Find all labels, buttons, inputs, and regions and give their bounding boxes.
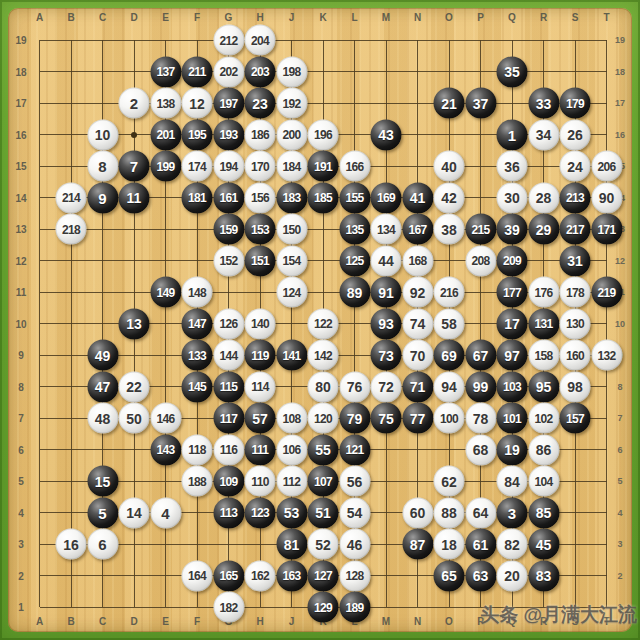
row-label-left-5: 5: [18, 476, 24, 487]
stone-h5: 110: [245, 466, 276, 497]
stone-k16: 196: [308, 119, 339, 150]
stone-t15: 206: [591, 151, 622, 182]
stone-r3: 45: [528, 529, 559, 560]
stone-c14: 9: [87, 182, 118, 213]
row-label-left-11: 11: [16, 287, 27, 298]
row-label-left-1: 1: [18, 602, 24, 613]
stone-c7: 48: [87, 403, 118, 434]
stone-j9: 141: [276, 340, 307, 371]
stone-e15: 199: [150, 151, 181, 182]
row-label-left-7: 7: [18, 413, 24, 424]
row-label-left-10: 10: [15, 318, 26, 329]
stone-g13: 159: [213, 214, 244, 245]
stone-k8: 80: [308, 371, 339, 402]
stone-o5: 62: [434, 466, 465, 497]
stone-l8: 76: [339, 371, 370, 402]
stone-n9: 70: [402, 340, 433, 371]
stone-o2: 65: [434, 560, 465, 591]
stone-l13: 135: [339, 214, 370, 245]
stone-j6: 106: [276, 434, 307, 465]
stone-q11: 177: [497, 277, 528, 308]
stone-q15: 36: [497, 151, 528, 182]
stone-h17: 23: [245, 88, 276, 119]
row-label-right-2: 2: [617, 571, 622, 581]
stone-p8: 99: [465, 371, 496, 402]
stone-k10: 122: [308, 308, 339, 339]
stone-l7: 79: [339, 403, 370, 434]
row-label-right-12: 12: [615, 256, 625, 266]
stone-l15: 166: [339, 151, 370, 182]
row-label-right-16: 16: [615, 130, 625, 140]
stone-r17: 33: [528, 88, 559, 119]
stone-g19: 212: [213, 25, 244, 56]
stone-g6: 116: [213, 434, 244, 465]
col-label-bottom-C: C: [99, 616, 106, 627]
row-label-right-5: 5: [617, 476, 622, 486]
col-label-top-L: L: [351, 12, 357, 23]
stone-g16: 193: [213, 119, 244, 150]
stone-s9: 160: [560, 340, 591, 371]
stone-p7: 78: [465, 403, 496, 434]
stone-n8: 71: [402, 371, 433, 402]
stone-h19: 204: [245, 25, 276, 56]
stone-d8: 22: [119, 371, 150, 402]
stone-c3: 6: [87, 529, 118, 560]
col-label-bottom-M: M: [382, 616, 390, 627]
stone-s15: 24: [560, 151, 591, 182]
stone-b3: 16: [56, 529, 87, 560]
row-label-right-8: 8: [617, 382, 622, 392]
stone-p3: 61: [465, 529, 496, 560]
stone-c15: 8: [87, 151, 118, 182]
stone-c5: 15: [87, 466, 118, 497]
stone-e17: 138: [150, 88, 181, 119]
stone-p17: 37: [465, 88, 496, 119]
stone-o10: 58: [434, 308, 465, 339]
stone-g9: 144: [213, 340, 244, 371]
stone-m16: 43: [371, 119, 402, 150]
stone-s12: 31: [560, 245, 591, 276]
stone-o3: 18: [434, 529, 465, 560]
stone-b13: 218: [56, 214, 87, 245]
stone-q14: 30: [497, 182, 528, 213]
stone-f5: 188: [182, 466, 213, 497]
stone-f6: 118: [182, 434, 213, 465]
stone-d15: 7: [119, 151, 150, 182]
stone-d14: 11: [119, 182, 150, 213]
stone-d10: 13: [119, 308, 150, 339]
stone-j2: 163: [276, 560, 307, 591]
stone-k2: 127: [308, 560, 339, 591]
stone-l14: 155: [339, 182, 370, 213]
row-label-right-3: 3: [617, 539, 622, 549]
stone-k1: 129: [308, 592, 339, 623]
row-label-right-10: 10: [615, 319, 625, 329]
stone-s14: 213: [560, 182, 591, 213]
stone-r9: 158: [528, 340, 559, 371]
stone-q6: 19: [497, 434, 528, 465]
stone-s7: 157: [560, 403, 591, 434]
stone-c16: 10: [87, 119, 118, 150]
stone-q16: 1: [497, 119, 528, 150]
stone-g18: 202: [213, 56, 244, 87]
col-label-top-P: P: [477, 12, 484, 23]
stone-p12: 208: [465, 245, 496, 276]
col-label-top-J: J: [289, 12, 295, 23]
stone-t9: 132: [591, 340, 622, 371]
row-label-left-6: 6: [18, 444, 24, 455]
stone-l12: 125: [339, 245, 370, 276]
stone-e6: 143: [150, 434, 181, 465]
col-label-bottom-O: O: [445, 616, 453, 627]
stone-h9: 119: [245, 340, 276, 371]
stone-l5: 56: [339, 466, 370, 497]
row-label-right-17: 17: [615, 98, 625, 108]
row-label-right-4: 4: [617, 508, 622, 518]
stone-t11: 219: [591, 277, 622, 308]
stone-m13: 134: [371, 214, 402, 245]
stone-n10: 74: [402, 308, 433, 339]
stone-k5: 107: [308, 466, 339, 497]
go-kifu-screenshot: AABBCCDDEEFFGGHHJJKKLLMMNNOOPPQQRRSSTT19…: [0, 0, 640, 640]
stone-j13: 150: [276, 214, 307, 245]
stone-j4: 53: [276, 497, 307, 528]
stone-e18: 137: [150, 56, 181, 87]
stone-j14: 183: [276, 182, 307, 213]
stone-q12: 209: [497, 245, 528, 276]
stone-p9: 67: [465, 340, 496, 371]
stone-g12: 152: [213, 245, 244, 276]
stone-r2: 83: [528, 560, 559, 591]
row-label-left-4: 4: [18, 507, 24, 518]
stone-g5: 109: [213, 466, 244, 497]
stone-d7: 50: [119, 403, 150, 434]
stone-s8: 98: [560, 371, 591, 402]
stone-j5: 112: [276, 466, 307, 497]
stone-t13: 171: [591, 214, 622, 245]
stone-f15: 174: [182, 151, 213, 182]
stone-s17: 179: [560, 88, 591, 119]
stone-d17: 2: [119, 88, 150, 119]
col-label-bottom-J: J: [289, 616, 295, 627]
stone-k9: 142: [308, 340, 339, 371]
stone-s10: 130: [560, 308, 591, 339]
stone-q2: 20: [497, 560, 528, 591]
stone-g17: 197: [213, 88, 244, 119]
stone-p13: 215: [465, 214, 496, 245]
grid-line-vertical: [606, 40, 607, 607]
stone-m14: 169: [371, 182, 402, 213]
stone-j12: 154: [276, 245, 307, 276]
stone-e7: 146: [150, 403, 181, 434]
stone-q13: 39: [497, 214, 528, 245]
col-label-top-M: M: [382, 12, 390, 23]
col-label-top-E: E: [162, 12, 169, 23]
row-label-left-2: 2: [18, 570, 24, 581]
stone-h14: 156: [245, 182, 276, 213]
stone-r4: 85: [528, 497, 559, 528]
stone-o11: 216: [434, 277, 465, 308]
stone-r5: 104: [528, 466, 559, 497]
stone-m8: 72: [371, 371, 402, 402]
stone-g15: 194: [213, 151, 244, 182]
stone-r6: 86: [528, 434, 559, 465]
col-label-top-H: H: [256, 12, 263, 23]
stone-h6: 111: [245, 434, 276, 465]
stone-o4: 88: [434, 497, 465, 528]
stone-j7: 108: [276, 403, 307, 434]
stone-f18: 211: [182, 56, 213, 87]
col-label-bottom-A: A: [36, 616, 43, 627]
stone-c9: 49: [87, 340, 118, 371]
col-label-top-K: K: [319, 12, 326, 23]
stone-r14: 28: [528, 182, 559, 213]
stone-l1: 189: [339, 592, 370, 623]
stone-g7: 117: [213, 403, 244, 434]
stone-s16: 26: [560, 119, 591, 150]
row-label-left-13: 13: [15, 224, 26, 235]
stone-k15: 191: [308, 151, 339, 182]
col-label-bottom-E: E: [162, 616, 169, 627]
row-label-left-12: 12: [15, 255, 26, 266]
stone-r8: 95: [528, 371, 559, 402]
stone-f14: 181: [182, 182, 213, 213]
row-label-left-3: 3: [18, 539, 24, 550]
stone-m12: 44: [371, 245, 402, 276]
stone-k14: 185: [308, 182, 339, 213]
stone-d4: 14: [119, 497, 150, 528]
stone-o13: 38: [434, 214, 465, 245]
row-label-right-6: 6: [617, 445, 622, 455]
stone-g4: 113: [213, 497, 244, 528]
stone-h15: 170: [245, 151, 276, 182]
stone-o17: 21: [434, 88, 465, 119]
stone-o9: 69: [434, 340, 465, 371]
stone-q9: 97: [497, 340, 528, 371]
stone-b14: 214: [56, 182, 87, 213]
stone-n14: 41: [402, 182, 433, 213]
col-label-top-R: R: [540, 12, 547, 23]
row-label-right-18: 18: [615, 67, 625, 77]
stone-r11: 176: [528, 277, 559, 308]
board-layer: AABBCCDDEEFFGGHHJJKKLLMMNNOOPPQQRRSSTT19…: [0, 0, 640, 640]
row-label-left-19: 19: [15, 35, 26, 46]
col-label-top-C: C: [99, 12, 106, 23]
stone-h7: 57: [245, 403, 276, 434]
stone-n13: 167: [402, 214, 433, 245]
stone-h13: 153: [245, 214, 276, 245]
col-label-top-N: N: [414, 12, 421, 23]
stone-g1: 182: [213, 592, 244, 623]
stone-h4: 123: [245, 497, 276, 528]
row-label-left-17: 17: [15, 98, 26, 109]
stone-c8: 47: [87, 371, 118, 402]
col-label-top-S: S: [572, 12, 579, 23]
stone-q7: 101: [497, 403, 528, 434]
stone-f8: 145: [182, 371, 213, 402]
watermark: 头条 @月满大江流: [480, 602, 637, 628]
stone-o7: 100: [434, 403, 465, 434]
stone-r13: 29: [528, 214, 559, 245]
stone-k7: 120: [308, 403, 339, 434]
stone-n12: 168: [402, 245, 433, 276]
stone-p4: 64: [465, 497, 496, 528]
stone-l2: 128: [339, 560, 370, 591]
row-label-right-7: 7: [617, 413, 622, 423]
row-label-left-14: 14: [15, 192, 26, 203]
col-label-top-B: B: [67, 12, 74, 23]
stone-h16: 186: [245, 119, 276, 150]
stone-n11: 92: [402, 277, 433, 308]
col-label-bottom-F: F: [194, 616, 200, 627]
stone-f9: 133: [182, 340, 213, 371]
stone-n7: 77: [402, 403, 433, 434]
stone-r7: 102: [528, 403, 559, 434]
stone-h18: 203: [245, 56, 276, 87]
stone-g2: 165: [213, 560, 244, 591]
stone-j3: 81: [276, 529, 307, 560]
col-label-top-A: A: [36, 12, 43, 23]
stone-s13: 217: [560, 214, 591, 245]
row-label-left-16: 16: [15, 129, 26, 140]
stone-q3: 82: [497, 529, 528, 560]
stone-c4: 5: [87, 497, 118, 528]
stone-k4: 51: [308, 497, 339, 528]
row-label-left-15: 15: [15, 161, 26, 172]
stone-j11: 124: [276, 277, 307, 308]
stone-g8: 115: [213, 371, 244, 402]
stone-p2: 63: [465, 560, 496, 591]
stone-o15: 40: [434, 151, 465, 182]
stone-k6: 55: [308, 434, 339, 465]
stone-s11: 178: [560, 277, 591, 308]
stone-l6: 121: [339, 434, 370, 465]
stone-e4: 4: [150, 497, 181, 528]
row-label-left-8: 8: [18, 381, 24, 392]
stone-l4: 54: [339, 497, 370, 528]
col-label-top-Q: Q: [508, 12, 516, 23]
stone-f16: 195: [182, 119, 213, 150]
stone-r16: 34: [528, 119, 559, 150]
stone-n4: 60: [402, 497, 433, 528]
stone-r10: 131: [528, 308, 559, 339]
stone-e11: 149: [150, 277, 181, 308]
stone-n3: 87: [402, 529, 433, 560]
stone-j18: 198: [276, 56, 307, 87]
stone-h12: 151: [245, 245, 276, 276]
stone-l3: 46: [339, 529, 370, 560]
stone-q5: 84: [497, 466, 528, 497]
stone-m10: 93: [371, 308, 402, 339]
stone-j15: 184: [276, 151, 307, 182]
stone-m7: 75: [371, 403, 402, 434]
stone-e16: 201: [150, 119, 181, 150]
star-point: [131, 132, 137, 138]
col-label-top-F: F: [194, 12, 200, 23]
stone-l11: 89: [339, 277, 370, 308]
stone-h8: 114: [245, 371, 276, 402]
col-label-bottom-B: B: [67, 616, 74, 627]
stone-o8: 94: [434, 371, 465, 402]
stone-f17: 12: [182, 88, 213, 119]
stone-t14: 90: [591, 182, 622, 213]
stone-g10: 126: [213, 308, 244, 339]
stone-o14: 42: [434, 182, 465, 213]
stone-j16: 200: [276, 119, 307, 150]
stone-m9: 73: [371, 340, 402, 371]
col-label-top-D: D: [130, 12, 137, 23]
col-label-top-O: O: [445, 12, 453, 23]
stone-q4: 3: [497, 497, 528, 528]
stone-p6: 68: [465, 434, 496, 465]
stone-q18: 35: [497, 56, 528, 87]
stone-m11: 91: [371, 277, 402, 308]
row-label-right-19: 19: [615, 35, 625, 45]
stone-q10: 17: [497, 308, 528, 339]
row-label-left-18: 18: [15, 66, 26, 77]
stone-h10: 140: [245, 308, 276, 339]
row-label-left-9: 9: [18, 350, 24, 361]
stone-f2: 164: [182, 560, 213, 591]
stone-h2: 162: [245, 560, 276, 591]
col-label-top-G: G: [225, 12, 233, 23]
col-label-bottom-H: H: [256, 616, 263, 627]
stone-f10: 147: [182, 308, 213, 339]
stone-j17: 192: [276, 88, 307, 119]
stone-g14: 161: [213, 182, 244, 213]
stone-k3: 52: [308, 529, 339, 560]
col-label-bottom-D: D: [130, 616, 137, 627]
stone-q8: 103: [497, 371, 528, 402]
col-label-top-T: T: [603, 12, 609, 23]
stone-f11: 148: [182, 277, 213, 308]
col-label-bottom-N: N: [414, 616, 421, 627]
